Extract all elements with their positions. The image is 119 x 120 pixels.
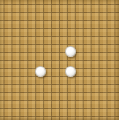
white-stone	[35, 66, 46, 77]
white-stone	[65, 46, 76, 57]
go-board[interactable]	[0, 0, 119, 120]
white-stone	[65, 66, 76, 77]
